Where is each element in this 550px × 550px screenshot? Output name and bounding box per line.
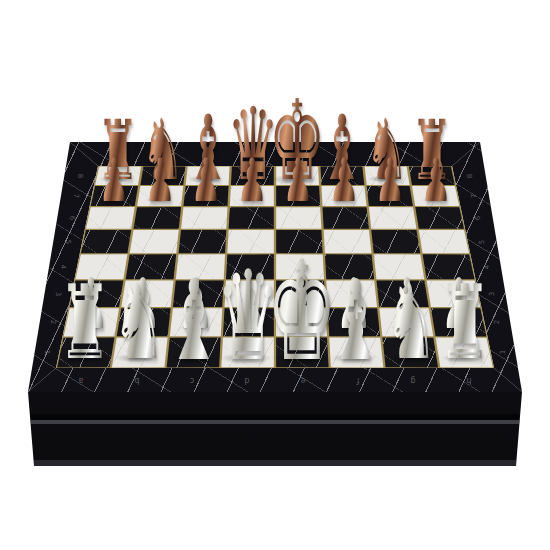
copper-pawn-glyph: ♟ [328, 149, 359, 209]
silver-knight-glyph: ♞ [112, 270, 166, 375]
silver-knight-glyph: ♞ [383, 270, 437, 375]
copper-pawn-glyph: ♟ [374, 149, 405, 209]
copper-pawn-glyph: ♟ [98, 149, 129, 209]
silver-bishop-glyph: ♝ [165, 265, 223, 376]
silver-rook-glyph: ♜ [59, 272, 112, 374]
copper-pawn-glyph: ♟ [190, 149, 221, 209]
product-photo-stage: abcdefgh8877665544332211♜♞♝♛♚♝♞♜♟♟♟♟♟♟♟♟… [0, 0, 550, 550]
copper-pawn-glyph: ♟ [236, 149, 267, 209]
silver-rook-glyph: ♜ [438, 272, 491, 374]
silver-bishop-glyph: ♝ [327, 265, 385, 376]
copper-pawn-glyph: ♟ [420, 149, 451, 209]
copper-pawn-glyph: ♟ [282, 149, 313, 209]
copper-pawn-glyph: ♟ [144, 149, 175, 209]
